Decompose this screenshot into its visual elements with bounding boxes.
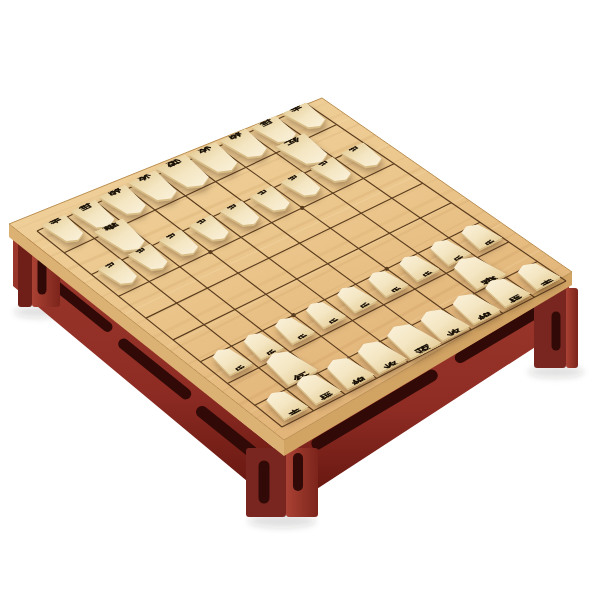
piece-kanji: 歩兵 (318, 310, 329, 316)
piece-kanji: 銀将 (467, 303, 480, 310)
piece-face: 香車 (259, 387, 310, 420)
piece-face: 歩兵 (268, 313, 316, 344)
piece-kanji: 歩兵 (287, 326, 298, 332)
piece-face: 歩兵 (299, 298, 348, 328)
piece-face: 歩兵 (188, 214, 236, 244)
piece-kanji: 桂馬 (270, 128, 282, 134)
piece-face: 歩兵 (454, 220, 503, 249)
piece-kanji: 歩兵 (206, 226, 217, 231)
piece-kanji: 玉将 (179, 170, 193, 177)
piece-face: 歩兵 (205, 344, 253, 375)
piece-kanji: 歩兵 (255, 342, 266, 348)
piece-kanji: 飛車 (116, 233, 130, 240)
piece-face: 歩兵 (361, 267, 410, 297)
piece-kanji: 金将 (149, 184, 162, 190)
piece-kanji: 金将 (372, 352, 386, 359)
piece-kanji: 歩兵 (114, 270, 125, 275)
piece-kanji: 銀将 (341, 368, 354, 375)
piece-kanji: 歩兵 (145, 256, 156, 261)
piece-kanji: 歩兵 (349, 295, 360, 301)
piece-kanji: 歩兵 (411, 264, 422, 270)
piece-kanji: 香車 (301, 114, 312, 119)
piece-face: 歩兵 (218, 200, 266, 229)
piece-kanji: 歩兵 (380, 279, 391, 285)
piece-face: 歩兵 (157, 229, 205, 259)
piece-kanji: 歩兵 (236, 212, 247, 217)
piece-kanji: 歩兵 (267, 197, 278, 202)
piece-face: 歩兵 (96, 258, 144, 288)
pieces-layer: 香車桂馬銀将角行歩兵金将歩兵玉将歩兵金将歩兵銀将歩兵桂馬歩兵香車歩兵飛車歩兵歩兵… (0, 0, 600, 600)
piece-kanji: 歩兵 (358, 153, 369, 158)
shogi-set-photo: 香車桂馬銀将角行歩兵金将歩兵玉将歩兵金将歩兵銀将歩兵桂馬歩兵香車歩兵飛車歩兵歩兵… (0, 0, 600, 600)
piece-kanji: 銀将 (119, 198, 132, 204)
piece-kanji: 金将 (435, 319, 449, 326)
piece-face: 歩兵 (279, 171, 327, 200)
piece-kanji: 香車 (60, 227, 71, 232)
piece-kanji: 香車 (530, 272, 542, 278)
piece-kanji: 歩兵 (175, 241, 186, 246)
piece-kanji: 桂馬 (499, 288, 512, 294)
piece-face: 歩兵 (249, 185, 297, 214)
piece-face: 歩兵 (392, 251, 441, 281)
piece-kanji: 香車 (279, 400, 291, 406)
piece-kanji: 金将 (210, 156, 223, 162)
piece-kanji: 歩兵 (297, 182, 308, 187)
piece-kanji: 角行 (281, 362, 295, 369)
piece-kanji: 歩兵 (328, 168, 339, 173)
piece-kanji: 歩兵 (474, 232, 485, 238)
piece-kanji: 飛車 (469, 267, 483, 274)
piece-face: 香車 (510, 259, 562, 290)
piece-kanji: 王将 (403, 335, 418, 343)
piece-face: 歩兵 (340, 142, 389, 171)
piece-kanji: 桂馬 (89, 213, 101, 219)
piece-kanji: 角行 (298, 147, 312, 154)
piece-face: 歩兵 (330, 282, 379, 312)
piece-kanji: 銀将 (240, 142, 253, 148)
piece-face: 香車 (282, 102, 333, 132)
piece-kanji: 桂馬 (310, 384, 323, 390)
piece-kanji: 歩兵 (224, 357, 235, 363)
piece-kanji: 歩兵 (442, 248, 453, 254)
